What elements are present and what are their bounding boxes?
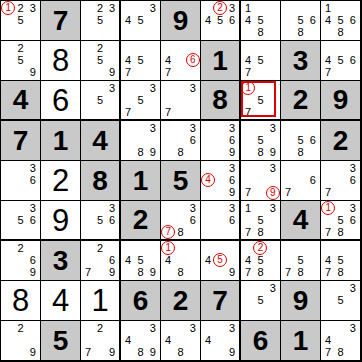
cell-r8c5[interactable]: 2 <box>161 281 201 321</box>
cell-r7c2[interactable]: 3 <box>41 241 81 281</box>
cell-r6c6[interactable]: 36 <box>201 201 241 241</box>
candidate-6: 6 <box>30 255 36 266</box>
pencil-marks: 457 <box>242 42 279 79</box>
candidate-4: 4 <box>125 55 131 66</box>
candidate-8: 8 <box>337 347 343 358</box>
candidate-9: 9 <box>229 147 235 158</box>
cell-r4c8[interactable]: 568 <box>281 121 321 161</box>
pencil-marks: 357 <box>122 82 159 118</box>
cell-r9c2[interactable]: 5 <box>41 321 81 361</box>
given-digit: 6 <box>133 287 149 315</box>
candidate-7: 7 <box>245 107 251 118</box>
candidate-3: 3 <box>30 163 36 174</box>
candidate-3: 3 <box>109 203 115 214</box>
candidate-3: 3 <box>350 323 356 334</box>
candidate-4: 4 <box>205 15 211 26</box>
cell-r5c9[interactable]: 367 <box>321 161 361 201</box>
candidate-4: 4 <box>205 335 211 346</box>
given-digit: 7 <box>13 127 29 155</box>
candidate-2: 2 <box>17 243 23 254</box>
candidate-8: 8 <box>137 347 143 358</box>
cell-r2c7[interactable]: 457 <box>241 41 281 81</box>
candidate-5: 5 <box>137 55 143 66</box>
cell-r4c7[interactable]: 3589 <box>241 121 281 161</box>
candidate-5: 5 <box>217 15 223 26</box>
cell-r6c2[interactable]: 9 <box>41 201 81 241</box>
cell-r1c9[interactable]: 14568 <box>321 1 361 41</box>
cell-r3c3[interactable]: 35 <box>81 81 121 121</box>
candidate-8: 8 <box>177 227 183 238</box>
candidate-8: 8 <box>137 267 143 278</box>
candidate-2: 2 <box>17 323 23 334</box>
pencil-marks: 35 <box>322 282 359 319</box>
candidate-7: 7 <box>245 67 251 78</box>
candidate-6: 6 <box>350 55 356 66</box>
cell-r3c7[interactable]: 157 <box>241 81 281 121</box>
cell-r2c5[interactable]: 467 <box>161 41 201 81</box>
candidate-5: 5 <box>337 295 343 306</box>
candidate-6: 6 <box>350 15 356 26</box>
cell-r1c7[interactable]: 1458 <box>241 1 281 41</box>
pencil-marks: 14568 <box>322 2 359 39</box>
candidate-5: 5 <box>337 15 343 26</box>
candidate-1: 1 <box>245 3 251 14</box>
candidate-7: 7 <box>165 107 171 118</box>
candidate-7: 7 <box>85 347 91 358</box>
candidate-5: 5 <box>17 55 23 66</box>
candidate-9: 9 <box>270 147 276 158</box>
candidate-7: 7 <box>165 67 171 78</box>
candidate-5: 5 <box>97 95 103 106</box>
cell-r7c1[interactable]: 269 <box>1 241 41 281</box>
circled-candidate-1: 1 <box>321 201 335 215</box>
candidate-1: 1 <box>245 203 251 214</box>
candidate-7: 7 <box>245 227 251 238</box>
cell-r1c1[interactable]: 1235 <box>1 1 41 41</box>
cell-r3c5[interactable]: 37 <box>161 81 201 121</box>
pencil-marks: 345 <box>122 2 159 39</box>
pencil-marks: 3589 <box>242 122 279 159</box>
pencil-marks: 13578 <box>242 202 279 238</box>
candidate-8: 8 <box>257 147 263 158</box>
circled-candidate-4: 4 <box>201 173 215 187</box>
pencil-marks: 578 <box>282 242 319 279</box>
candidate-8: 8 <box>257 267 263 278</box>
candidate-2: 2 <box>97 243 103 254</box>
candidate-8: 8 <box>257 27 263 38</box>
given-digit: 7 <box>212 287 228 315</box>
candidate-5: 5 <box>257 135 263 146</box>
cell-r9c8[interactable]: 1 <box>281 321 321 361</box>
candidate-5: 5 <box>337 255 343 266</box>
given-digit: 4 <box>92 127 108 155</box>
given-digit: 1 <box>133 167 149 195</box>
cell-r5c4[interactable]: 1 <box>121 161 161 201</box>
candidate-5: 5 <box>337 55 343 66</box>
cell-r2c4[interactable]: 457 <box>121 41 161 81</box>
pencil-marks: 3478 <box>322 322 359 359</box>
candidate-5: 5 <box>337 215 343 226</box>
candidate-9: 9 <box>109 267 115 278</box>
solved-digit: 4 <box>52 285 69 316</box>
pencil-marks: 349 <box>202 322 238 359</box>
cell-r9c5[interactable]: 348 <box>161 321 201 361</box>
candidate-8: 8 <box>177 267 183 278</box>
candidate-5: 5 <box>297 135 303 146</box>
cell-r7c9[interactable]: 4578 <box>321 241 361 281</box>
candidate-7: 7 <box>125 107 131 118</box>
given-digit: 2 <box>293 86 309 114</box>
cell-r5c8[interactable]: 67 <box>281 161 321 201</box>
candidate-6: 6 <box>229 15 235 26</box>
candidate-3: 3 <box>229 203 235 214</box>
pencil-marks: 235 <box>82 2 118 39</box>
cell-r7c6[interactable]: 459 <box>201 241 241 281</box>
pencil-marks: 457 <box>122 42 159 79</box>
cell-r8c2[interactable]: 4 <box>41 281 81 321</box>
candidate-5: 5 <box>257 15 263 26</box>
pencil-marks: 356 <box>82 202 118 238</box>
given-digit: 7 <box>53 7 69 35</box>
cell-r2c3[interactable]: 259 <box>81 41 121 81</box>
candidate-6: 6 <box>310 175 316 186</box>
pencil-marks: 36 <box>2 162 39 199</box>
candidate-8: 8 <box>297 267 303 278</box>
given-digit: 2 <box>133 206 149 234</box>
given-digit: 1 <box>53 127 69 155</box>
candidate-6: 6 <box>229 175 235 186</box>
candidate-4: 4 <box>245 55 251 66</box>
pencil-marks: 157 <box>242 82 279 118</box>
solved-digit: 9 <box>52 205 69 236</box>
pencil-marks: 24578 <box>242 242 279 279</box>
candidate-2: 2 <box>17 3 23 14</box>
pencil-marks: 135678 <box>322 202 359 238</box>
cell-r4c2[interactable]: 1 <box>41 121 81 161</box>
cell-r5c1[interactable]: 36 <box>1 161 41 201</box>
candidate-8: 8 <box>297 147 303 158</box>
cell-r9c1[interactable]: 29 <box>1 321 41 361</box>
candidate-5: 5 <box>17 215 23 226</box>
pencil-marks: 36 <box>202 202 238 238</box>
candidate-7: 7 <box>325 227 331 238</box>
candidate-3: 3 <box>109 83 115 94</box>
pencil-marks: 4578 <box>322 242 359 279</box>
given-digit: 5 <box>173 167 189 195</box>
candidate-3: 3 <box>229 323 235 334</box>
candidate-7: 7 <box>325 267 331 278</box>
candidate-6: 6 <box>190 135 196 146</box>
cell-r7c7[interactable]: 24578 <box>241 241 281 281</box>
solved-digit: 6 <box>52 85 69 116</box>
cell-r8c7[interactable]: 35 <box>241 281 281 321</box>
cell-r3c4[interactable]: 357 <box>121 81 161 121</box>
candidate-4: 4 <box>165 335 171 346</box>
cell-r3c1[interactable]: 4 <box>1 81 41 121</box>
pencil-marks: 23456 <box>202 2 238 39</box>
pencil-marks: 2679 <box>82 242 118 279</box>
candidate-6: 6 <box>310 135 316 146</box>
candidate-8: 8 <box>177 147 183 158</box>
candidate-6: 6 <box>350 215 356 226</box>
candidate-6: 6 <box>30 215 36 226</box>
sudoku-board: 1235723534592345614585681456825982594574… <box>0 0 362 362</box>
candidate-9: 9 <box>229 267 235 278</box>
candidate-5: 5 <box>137 95 143 106</box>
circled-candidate-9: 9 <box>266 186 280 200</box>
candidate-4: 4 <box>165 55 171 66</box>
cell-r5c3[interactable]: 8 <box>81 161 121 201</box>
cell-r9c3[interactable]: 279 <box>81 321 121 361</box>
candidate-6: 6 <box>190 215 196 226</box>
pencil-marks: 37 <box>162 82 199 118</box>
candidate-5: 5 <box>257 55 263 66</box>
candidate-2: 2 <box>97 3 103 14</box>
candidate-3: 3 <box>150 83 156 94</box>
candidate-5: 5 <box>97 215 103 226</box>
candidate-4: 4 <box>125 255 131 266</box>
cell-r7c8[interactable]: 578 <box>281 241 321 281</box>
cell-r7c5[interactable]: 148 <box>161 241 201 281</box>
cell-r4c6[interactable]: 369 <box>201 121 241 161</box>
candidate-9: 9 <box>150 347 156 358</box>
cell-r1c4[interactable]: 345 <box>121 1 161 41</box>
candidate-4: 4 <box>325 335 331 346</box>
cell-r9c7[interactable]: 6 <box>241 321 281 361</box>
given-digit: 1 <box>293 327 309 355</box>
cell-r6c7[interactable]: 13578 <box>241 201 281 241</box>
solved-digit: 1 <box>91 285 108 316</box>
cell-r6c8[interactable]: 4 <box>281 201 321 241</box>
cell-r2c9[interactable]: 4567 <box>321 41 361 81</box>
candidate-9: 9 <box>150 147 156 158</box>
pencil-marks: 3469 <box>202 162 238 199</box>
cell-r8c9[interactable]: 35 <box>321 281 361 321</box>
pencil-marks: 148 <box>162 242 199 279</box>
cell-r8c1[interactable]: 8 <box>1 281 41 321</box>
candidate-9: 9 <box>150 267 156 278</box>
candidate-6: 6 <box>310 15 316 26</box>
given-digit: 4 <box>13 86 29 114</box>
pencil-marks: 348 <box>162 322 199 359</box>
cell-r6c3[interactable]: 356 <box>81 201 121 241</box>
pencil-marks: 279 <box>82 322 118 359</box>
candidate-6: 6 <box>30 175 36 186</box>
cell-r6c4[interactable]: 2 <box>121 201 161 241</box>
given-digit: 5 <box>53 327 69 355</box>
given-digit: 3 <box>293 47 309 75</box>
given-digit: 9 <box>293 287 309 315</box>
candidate-7: 7 <box>325 67 331 78</box>
given-digit: 6 <box>253 327 269 355</box>
cell-r2c8[interactable]: 3 <box>281 41 321 81</box>
candidate-8: 8 <box>257 227 263 238</box>
candidate-4: 4 <box>125 15 131 26</box>
circled-candidate-5: 5 <box>213 253 227 267</box>
cell-r8c3[interactable]: 1 <box>81 281 121 321</box>
candidate-3: 3 <box>30 3 36 14</box>
given-digit: 1 <box>212 47 228 75</box>
candidate-6: 6 <box>350 175 356 186</box>
candidate-7: 7 <box>325 187 331 198</box>
candidate-4: 4 <box>325 55 331 66</box>
candidate-7: 7 <box>125 67 131 78</box>
candidate-2: 2 <box>17 43 23 54</box>
cell-r1c3[interactable]: 235 <box>81 1 121 41</box>
candidate-9: 9 <box>30 267 36 278</box>
pencil-marks: 1458 <box>242 2 279 39</box>
cell-r5c7[interactable]: 379 <box>241 161 281 201</box>
circled-candidate-1: 1 <box>1 1 15 15</box>
candidate-3: 3 <box>350 163 356 174</box>
pencil-marks: 369 <box>202 122 238 159</box>
cell-r8c8[interactable]: 9 <box>281 281 321 321</box>
candidate-4: 4 <box>245 15 251 26</box>
solved-digit: 2 <box>52 165 69 196</box>
given-digit: 9 <box>173 7 189 35</box>
candidate-6: 6 <box>229 215 235 226</box>
given-digit: 3 <box>53 247 69 275</box>
candidate-3: 3 <box>150 323 156 334</box>
pencil-marks: 1235 <box>2 2 39 39</box>
cell-r1c6[interactable]: 23456 <box>201 1 241 41</box>
cell-r6c9[interactable]: 135678 <box>321 201 361 241</box>
candidate-7: 7 <box>285 187 291 198</box>
candidate-5: 5 <box>257 295 263 306</box>
cell-r2c2[interactable]: 8 <box>41 41 81 81</box>
given-digit: 8 <box>212 86 228 114</box>
candidate-9: 9 <box>30 67 36 78</box>
cell-r9c4[interactable]: 3489 <box>121 321 161 361</box>
cell-r5c2[interactable]: 2 <box>41 161 81 201</box>
cell-r5c6[interactable]: 3469 <box>201 161 241 201</box>
candidate-9: 9 <box>30 347 36 358</box>
cell-r3c9[interactable]: 9 <box>321 81 361 121</box>
candidate-3: 3 <box>190 203 196 214</box>
pencil-marks: 379 <box>242 162 279 199</box>
cell-r4c3[interactable]: 4 <box>81 121 121 161</box>
pencil-marks: 467 <box>162 42 199 79</box>
candidate-2: 2 <box>97 43 103 54</box>
cell-r3c6[interactable]: 8 <box>201 81 241 121</box>
candidate-3: 3 <box>229 3 235 14</box>
candidate-3: 3 <box>190 323 196 334</box>
cell-r2c1[interactable]: 259 <box>1 41 41 81</box>
cell-r8c6[interactable]: 7 <box>201 281 241 321</box>
candidate-3: 3 <box>190 123 196 134</box>
cell-r4c5[interactable]: 368 <box>161 121 201 161</box>
candidate-8: 8 <box>337 27 343 38</box>
candidate-3: 3 <box>150 3 156 14</box>
candidate-5: 5 <box>257 215 263 226</box>
pencil-marks: 35 <box>242 282 279 319</box>
cell-r1c5[interactable]: 9 <box>161 1 201 41</box>
pencil-marks: 4567 <box>322 42 359 79</box>
cell-r8c4[interactable]: 6 <box>121 281 161 321</box>
cell-r2c6[interactable]: 1 <box>201 41 241 81</box>
given-digit: 2 <box>333 127 349 155</box>
candidate-7: 7 <box>85 267 91 278</box>
cell-r7c3[interactable]: 2679 <box>81 241 121 281</box>
cell-r9c9[interactable]: 3478 <box>321 321 361 361</box>
candidate-4: 4 <box>325 255 331 266</box>
candidate-7: 7 <box>285 267 291 278</box>
cell-r6c5[interactable]: 3678 <box>161 201 201 241</box>
cell-r6c1[interactable]: 356 <box>1 201 41 241</box>
candidate-7: 7 <box>325 347 331 358</box>
cell-r7c4[interactable]: 4589 <box>121 241 161 281</box>
candidate-8: 8 <box>337 267 343 278</box>
cell-r4c1[interactable]: 7 <box>1 121 41 161</box>
circled-candidate-1: 1 <box>241 81 255 95</box>
pencil-marks: 269 <box>2 242 39 279</box>
candidate-4: 4 <box>125 335 131 346</box>
candidate-5: 5 <box>17 15 23 26</box>
candidate-3: 3 <box>30 203 36 214</box>
candidate-9: 9 <box>229 347 235 358</box>
pencil-marks: 67 <box>282 162 319 199</box>
candidate-3: 3 <box>270 283 276 294</box>
candidate-3: 3 <box>350 283 356 294</box>
given-digit: 9 <box>333 86 349 114</box>
candidate-3: 3 <box>109 3 115 14</box>
candidate-9: 9 <box>109 67 115 78</box>
pencil-marks: 356 <box>2 202 39 238</box>
cell-r9c6[interactable]: 349 <box>201 321 241 361</box>
candidate-3: 3 <box>270 203 276 214</box>
cell-r4c9[interactable]: 2 <box>321 121 361 161</box>
candidate-5: 5 <box>297 15 303 26</box>
candidate-3: 3 <box>229 123 235 134</box>
candidate-1: 1 <box>325 3 331 14</box>
candidate-5: 5 <box>297 255 303 266</box>
candidate-6: 6 <box>109 215 115 226</box>
candidate-5: 5 <box>137 15 143 26</box>
candidate-6: 6 <box>109 255 115 266</box>
cell-r3c2[interactable]: 6 <box>41 81 81 121</box>
candidate-5: 5 <box>257 95 263 106</box>
circled-candidate-6: 6 <box>186 53 200 67</box>
cell-r1c8[interactable]: 568 <box>281 1 321 41</box>
candidate-7: 7 <box>245 187 251 198</box>
cell-r3c8[interactable]: 2 <box>281 81 321 121</box>
pencil-marks: 4589 <box>122 242 159 279</box>
candidate-9: 9 <box>229 187 235 198</box>
candidate-3: 3 <box>270 163 276 174</box>
candidate-3: 3 <box>150 123 156 134</box>
candidate-8: 8 <box>137 147 143 158</box>
candidate-7: 7 <box>245 267 251 278</box>
pencil-marks: 367 <box>322 162 359 199</box>
pencil-marks: 568 <box>282 122 319 159</box>
given-digit: 8 <box>92 167 108 195</box>
candidate-3: 3 <box>350 203 356 214</box>
candidate-4: 4 <box>205 255 211 266</box>
cell-r4c4[interactable]: 389 <box>121 121 161 161</box>
candidate-4: 4 <box>245 255 251 266</box>
pencil-marks: 389 <box>122 122 159 159</box>
pencil-marks: 568 <box>282 2 319 39</box>
pencil-marks: 3489 <box>122 322 159 359</box>
candidate-8: 8 <box>337 227 343 238</box>
solved-digit: 8 <box>12 285 29 316</box>
pencil-marks: 368 <box>162 122 199 159</box>
given-digit: 2 <box>173 287 189 315</box>
cell-r5c5[interactable]: 5 <box>161 161 201 201</box>
cell-r1c2[interactable]: 7 <box>41 1 81 41</box>
candidate-3: 3 <box>190 83 196 94</box>
candidate-5: 5 <box>97 55 103 66</box>
